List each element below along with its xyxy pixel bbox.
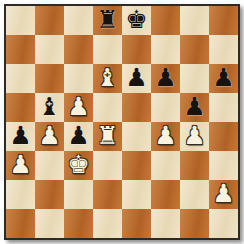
board-frame: ♜♚♝♟♟♟♝♟♟♟♟♟♜♟♟♟♚♟ — [4, 4, 240, 240]
piece-white-pawn[interactable]: ♟ — [67, 92, 89, 121]
square-b3[interactable] — [35, 151, 64, 180]
square-a7[interactable] — [6, 35, 35, 64]
square-h6[interactable]: ♟ — [209, 64, 238, 93]
square-g3[interactable] — [180, 151, 209, 180]
square-a6[interactable] — [6, 64, 35, 93]
square-c6[interactable] — [64, 64, 93, 93]
square-g4[interactable]: ♟ — [180, 122, 209, 151]
square-a4[interactable]: ♟ — [6, 122, 35, 151]
square-a5[interactable] — [6, 93, 35, 122]
square-b8[interactable] — [35, 6, 64, 35]
square-b6[interactable] — [35, 64, 64, 93]
piece-black-bishop[interactable]: ♝ — [38, 92, 60, 121]
piece-black-pawn[interactable]: ♟ — [183, 92, 205, 121]
square-c7[interactable] — [64, 35, 93, 64]
square-a2[interactable] — [6, 180, 35, 209]
piece-white-king[interactable]: ♚ — [67, 150, 89, 179]
square-e3[interactable] — [122, 151, 151, 180]
square-c3[interactable]: ♚ — [64, 151, 93, 180]
square-e1[interactable] — [122, 209, 151, 238]
piece-white-pawn[interactable]: ♟ — [9, 150, 31, 179]
square-d8[interactable]: ♜ — [93, 6, 122, 35]
piece-black-pawn[interactable]: ♟ — [154, 63, 176, 92]
square-c5[interactable]: ♟ — [64, 93, 93, 122]
square-b5[interactable]: ♝ — [35, 93, 64, 122]
piece-black-pawn[interactable]: ♟ — [67, 121, 89, 150]
square-f5[interactable] — [151, 93, 180, 122]
square-h4[interactable] — [209, 122, 238, 151]
square-b1[interactable] — [35, 209, 64, 238]
square-g8[interactable] — [180, 6, 209, 35]
square-e6[interactable]: ♟ — [122, 64, 151, 93]
square-g5[interactable]: ♟ — [180, 93, 209, 122]
piece-white-rook[interactable]: ♜ — [96, 121, 118, 150]
square-b7[interactable] — [35, 35, 64, 64]
piece-black-pawn[interactable]: ♟ — [125, 63, 147, 92]
square-f3[interactable] — [151, 151, 180, 180]
piece-white-bishop[interactable]: ♝ — [96, 63, 118, 92]
square-g7[interactable] — [180, 35, 209, 64]
square-d5[interactable] — [93, 93, 122, 122]
square-c1[interactable] — [64, 209, 93, 238]
chess-board[interactable]: ♜♚♝♟♟♟♝♟♟♟♟♟♜♟♟♟♚♟ — [6, 6, 238, 238]
square-e7[interactable] — [122, 35, 151, 64]
square-h8[interactable] — [209, 6, 238, 35]
square-h2[interactable]: ♟ — [209, 180, 238, 209]
square-e8[interactable]: ♚ — [122, 6, 151, 35]
square-a1[interactable] — [6, 209, 35, 238]
piece-black-pawn[interactable]: ♟ — [9, 121, 31, 150]
square-b2[interactable] — [35, 180, 64, 209]
diagram-stage: ♜♚♝♟♟♟♝♟♟♟♟♟♜♟♟♟♚♟ — [0, 0, 244, 244]
piece-white-pawn[interactable]: ♟ — [212, 179, 234, 208]
piece-white-pawn[interactable]: ♟ — [183, 121, 205, 150]
square-c4[interactable]: ♟ — [64, 122, 93, 151]
square-a8[interactable] — [6, 6, 35, 35]
square-h7[interactable] — [209, 35, 238, 64]
square-b4[interactable]: ♟ — [35, 122, 64, 151]
square-d7[interactable] — [93, 35, 122, 64]
square-f2[interactable] — [151, 180, 180, 209]
square-g2[interactable] — [180, 180, 209, 209]
square-e2[interactable] — [122, 180, 151, 209]
square-h1[interactable] — [209, 209, 238, 238]
square-a3[interactable]: ♟ — [6, 151, 35, 180]
square-e5[interactable] — [122, 93, 151, 122]
square-h3[interactable] — [209, 151, 238, 180]
square-e4[interactable] — [122, 122, 151, 151]
square-d1[interactable] — [93, 209, 122, 238]
square-g1[interactable] — [180, 209, 209, 238]
piece-black-rook[interactable]: ♜ — [96, 5, 118, 34]
square-f4[interactable]: ♟ — [151, 122, 180, 151]
square-f1[interactable] — [151, 209, 180, 238]
piece-black-pawn[interactable]: ♟ — [212, 63, 234, 92]
square-d3[interactable] — [93, 151, 122, 180]
square-h5[interactable] — [209, 93, 238, 122]
square-d4[interactable]: ♜ — [93, 122, 122, 151]
square-d2[interactable] — [93, 180, 122, 209]
square-f6[interactable]: ♟ — [151, 64, 180, 93]
square-d6[interactable]: ♝ — [93, 64, 122, 93]
square-f7[interactable] — [151, 35, 180, 64]
piece-black-king[interactable]: ♚ — [125, 5, 147, 34]
square-c2[interactable] — [64, 180, 93, 209]
square-g6[interactable] — [180, 64, 209, 93]
piece-white-pawn[interactable]: ♟ — [38, 121, 60, 150]
square-f8[interactable] — [151, 6, 180, 35]
square-c8[interactable] — [64, 6, 93, 35]
piece-white-pawn[interactable]: ♟ — [154, 121, 176, 150]
